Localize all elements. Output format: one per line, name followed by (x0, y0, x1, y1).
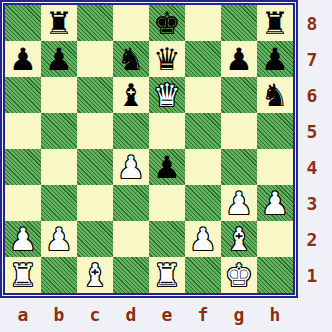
square-c3[interactable] (77, 185, 113, 221)
square-e6[interactable]: ♛ (149, 77, 185, 113)
file-label-a: a (5, 298, 41, 330)
square-g6[interactable] (221, 77, 257, 113)
square-b3[interactable] (41, 185, 77, 221)
square-d6[interactable]: ♝ (113, 77, 149, 113)
square-d4[interactable]: ♟ (113, 149, 149, 185)
chess-board: ♜♚♜♟♟♞♛♟♟♝♛♞♟♟♟♟♟♟♟♝♜♝♜♚ (5, 5, 293, 293)
file-label-b: b (41, 298, 77, 330)
square-g5[interactable] (221, 113, 257, 149)
square-d2[interactable] (113, 221, 149, 257)
square-a5[interactable] (5, 113, 41, 149)
piece-black-bishop: ♝ (117, 80, 145, 111)
piece-white-pawn: ♟ (225, 188, 253, 219)
board-frame-inner: ♜♚♜♟♟♞♛♟♟♝♛♞♟♟♟♟♟♟♟♝♜♝♜♚ (3, 3, 295, 295)
square-f2[interactable]: ♟ (185, 221, 221, 257)
file-label-e: e (149, 298, 185, 330)
square-e5[interactable] (149, 113, 185, 149)
square-a2[interactable]: ♟ (5, 221, 41, 257)
piece-black-knight: ♞ (117, 44, 145, 75)
file-label-c: c (77, 298, 113, 330)
square-e3[interactable] (149, 185, 185, 221)
square-f8[interactable] (185, 5, 221, 41)
rank-label-3: 3 (298, 185, 326, 221)
square-h7[interactable]: ♟ (257, 41, 293, 77)
square-e4[interactable]: ♟ (149, 149, 185, 185)
chess-diagram: ♜♚♜♟♟♞♛♟♟♝♛♞♟♟♟♟♟♟♟♝♜♝♜♚ abcdefgh 876543… (0, 0, 332, 332)
square-f7[interactable] (185, 41, 221, 77)
square-d3[interactable] (113, 185, 149, 221)
square-a1[interactable]: ♜ (5, 257, 41, 293)
square-e2[interactable] (149, 221, 185, 257)
piece-white-bishop: ♝ (225, 224, 253, 255)
square-b8[interactable]: ♜ (41, 5, 77, 41)
piece-black-pawn: ♟ (225, 44, 253, 75)
square-b4[interactable] (41, 149, 77, 185)
rank-label-7: 7 (298, 41, 326, 77)
square-a7[interactable]: ♟ (5, 41, 41, 77)
square-h6[interactable]: ♞ (257, 77, 293, 113)
piece-black-pawn: ♟ (153, 152, 181, 183)
square-g7[interactable]: ♟ (221, 41, 257, 77)
rank-label-5: 5 (298, 113, 326, 149)
piece-white-king: ♚ (225, 260, 253, 291)
piece-white-pawn: ♟ (189, 224, 217, 255)
file-label-h: h (257, 298, 293, 330)
square-h5[interactable] (257, 113, 293, 149)
piece-white-rook: ♜ (153, 260, 181, 291)
square-f3[interactable] (185, 185, 221, 221)
rank-label-6: 6 (298, 77, 326, 113)
piece-white-bishop: ♝ (81, 260, 109, 291)
square-c2[interactable] (77, 221, 113, 257)
rank-label-2: 2 (298, 221, 326, 257)
square-h4[interactable] (257, 149, 293, 185)
square-g3[interactable]: ♟ (221, 185, 257, 221)
rank-label-1: 1 (298, 257, 326, 293)
piece-black-rook: ♜ (45, 8, 73, 39)
square-h8[interactable]: ♜ (257, 5, 293, 41)
piece-white-pawn: ♟ (45, 224, 73, 255)
piece-white-rook: ♜ (9, 260, 37, 291)
square-c4[interactable] (77, 149, 113, 185)
piece-black-knight: ♞ (261, 80, 289, 111)
square-f4[interactable] (185, 149, 221, 185)
file-label-f: f (185, 298, 221, 330)
square-c6[interactable] (77, 77, 113, 113)
piece-white-queen: ♛ (153, 80, 181, 111)
piece-black-queen: ♛ (153, 44, 181, 75)
piece-black-rook: ♜ (261, 8, 289, 39)
square-a6[interactable] (5, 77, 41, 113)
file-label-d: d (113, 298, 149, 330)
square-c8[interactable] (77, 5, 113, 41)
square-a4[interactable] (5, 149, 41, 185)
square-d7[interactable]: ♞ (113, 41, 149, 77)
square-b7[interactable]: ♟ (41, 41, 77, 77)
square-e7[interactable]: ♛ (149, 41, 185, 77)
rank-labels: 87654321 (298, 5, 326, 293)
piece-white-pawn: ♟ (261, 188, 289, 219)
square-g8[interactable] (221, 5, 257, 41)
square-a8[interactable] (5, 5, 41, 41)
square-e1[interactable]: ♜ (149, 257, 185, 293)
square-b5[interactable] (41, 113, 77, 149)
square-a3[interactable] (5, 185, 41, 221)
file-label-g: g (221, 298, 257, 330)
square-h1[interactable] (257, 257, 293, 293)
file-labels: abcdefgh (5, 298, 293, 330)
square-b6[interactable] (41, 77, 77, 113)
piece-black-king: ♚ (153, 8, 181, 39)
square-b2[interactable]: ♟ (41, 221, 77, 257)
square-d5[interactable] (113, 113, 149, 149)
square-e8[interactable]: ♚ (149, 5, 185, 41)
square-c1[interactable]: ♝ (77, 257, 113, 293)
square-c5[interactable] (77, 113, 113, 149)
square-g1[interactable]: ♚ (221, 257, 257, 293)
piece-black-pawn: ♟ (261, 44, 289, 75)
square-h3[interactable]: ♟ (257, 185, 293, 221)
square-h2[interactable] (257, 221, 293, 257)
board-frame: ♜♚♜♟♟♞♛♟♟♝♛♞♟♟♟♟♟♟♟♝♜♝♜♚ (0, 0, 298, 298)
square-c7[interactable] (77, 41, 113, 77)
rank-label-4: 4 (298, 149, 326, 185)
square-b1[interactable] (41, 257, 77, 293)
square-g2[interactable]: ♝ (221, 221, 257, 257)
piece-black-pawn: ♟ (9, 44, 37, 75)
piece-white-pawn: ♟ (117, 152, 145, 183)
piece-white-pawn: ♟ (9, 224, 37, 255)
square-d8[interactable] (113, 5, 149, 41)
square-g4[interactable] (221, 149, 257, 185)
square-f6[interactable] (185, 77, 221, 113)
piece-black-pawn: ♟ (45, 44, 73, 75)
square-f5[interactable] (185, 113, 221, 149)
square-d1[interactable] (113, 257, 149, 293)
square-f1[interactable] (185, 257, 221, 293)
rank-label-8: 8 (298, 5, 326, 41)
